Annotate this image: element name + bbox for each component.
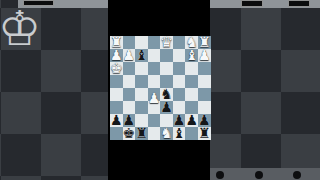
square-g5[interactable] bbox=[123, 88, 136, 101]
square-f1[interactable] bbox=[135, 36, 148, 49]
square-a3[interactable] bbox=[198, 62, 211, 75]
square-f5[interactable] bbox=[135, 88, 148, 101]
piece-white-queen: ♛ bbox=[160, 36, 173, 49]
square-a5[interactable] bbox=[198, 88, 211, 101]
square-b4[interactable] bbox=[185, 75, 198, 88]
square-c4[interactable] bbox=[173, 75, 186, 88]
piece-black-pawn: ♟ bbox=[185, 114, 198, 127]
square-c1[interactable] bbox=[173, 36, 186, 49]
square-c3[interactable] bbox=[173, 62, 186, 75]
piece-black-rook: ♜ bbox=[135, 127, 148, 140]
square-f2[interactable]: ♝ bbox=[135, 49, 148, 62]
square-e2[interactable] bbox=[148, 49, 161, 62]
square-b2[interactable]: ♝ bbox=[185, 49, 198, 62]
piece-white-rook: ♜ bbox=[198, 36, 211, 49]
square-b7[interactable]: ♟ bbox=[185, 114, 198, 127]
square-h3[interactable]: ♚ bbox=[110, 62, 123, 75]
square-h6[interactable] bbox=[110, 101, 123, 114]
piece-black-pawn: ♟ bbox=[198, 114, 211, 127]
square-d2[interactable] bbox=[160, 49, 173, 62]
square-a6[interactable] bbox=[198, 101, 211, 114]
square-f8[interactable]: ♜ bbox=[135, 127, 148, 140]
square-e4[interactable] bbox=[148, 75, 161, 88]
square-a7[interactable]: ♟ bbox=[198, 114, 211, 127]
square-c2[interactable] bbox=[173, 49, 186, 62]
square-a4[interactable] bbox=[198, 75, 211, 88]
chess-board: ♜♛♞♜♟♟♝♝♟♚♟♞♟♟♟♟♟♟♚♜♞♝♜ bbox=[110, 36, 207, 140]
square-a1[interactable]: ♜ bbox=[198, 36, 211, 49]
square-c6[interactable] bbox=[173, 101, 186, 114]
square-d4[interactable] bbox=[160, 75, 173, 88]
square-h5[interactable] bbox=[110, 88, 123, 101]
background-pawn-top-dot bbox=[255, 171, 263, 179]
square-c7[interactable]: ♟ bbox=[173, 114, 186, 127]
square-f3[interactable] bbox=[135, 62, 148, 75]
piece-black-pawn: ♟ bbox=[160, 101, 173, 114]
square-d5[interactable]: ♞ bbox=[160, 88, 173, 101]
square-d6[interactable]: ♟ bbox=[160, 101, 173, 114]
square-e7[interactable] bbox=[148, 114, 161, 127]
piece-white-knight: ♞ bbox=[160, 127, 173, 140]
piece-white-rook: ♜ bbox=[110, 36, 123, 49]
piece-white-pawn: ♟ bbox=[198, 49, 211, 62]
square-a8[interactable]: ♜ bbox=[198, 127, 211, 140]
square-b3[interactable] bbox=[185, 62, 198, 75]
piece-white-king: ♚ bbox=[110, 62, 123, 75]
square-h2[interactable]: ♟ bbox=[110, 49, 123, 62]
square-e1[interactable] bbox=[148, 36, 161, 49]
square-g1[interactable] bbox=[123, 36, 136, 49]
square-g3[interactable] bbox=[123, 62, 136, 75]
piece-black-pawn: ♟ bbox=[173, 114, 186, 127]
square-h1[interactable]: ♜ bbox=[110, 36, 123, 49]
background-piece-base-fragment bbox=[241, 0, 263, 7]
square-g4[interactable] bbox=[123, 75, 136, 88]
square-a2[interactable]: ♟ bbox=[198, 49, 211, 62]
square-g7[interactable]: ♟ bbox=[123, 114, 136, 127]
square-c8[interactable]: ♝ bbox=[173, 127, 186, 140]
square-b8[interactable] bbox=[185, 127, 198, 140]
piece-black-pawn: ♟ bbox=[110, 114, 123, 127]
square-g6[interactable] bbox=[123, 101, 136, 114]
screenshot-root: ♔ ♜♛♞♜♟♟♝♝♟♚♟♞♟♟♟♟♟♟♚♜♞♝♜ bbox=[0, 0, 320, 180]
piece-white-bishop: ♝ bbox=[185, 49, 198, 62]
square-h4[interactable] bbox=[110, 75, 123, 88]
piece-black-pawn: ♟ bbox=[123, 114, 136, 127]
piece-white-pawn: ♟ bbox=[123, 49, 136, 62]
background-pawn-top-dot bbox=[216, 171, 224, 179]
square-d7[interactable] bbox=[160, 114, 173, 127]
piece-black-rook: ♜ bbox=[198, 127, 211, 140]
background-big-king-icon: ♔ bbox=[0, 2, 41, 54]
square-h8[interactable] bbox=[110, 127, 123, 140]
square-d8[interactable]: ♞ bbox=[160, 127, 173, 140]
piece-white-knight: ♞ bbox=[185, 36, 198, 49]
piece-black-bishop: ♝ bbox=[135, 49, 148, 62]
background-bottom-band bbox=[210, 168, 320, 180]
piece-black-knight: ♞ bbox=[160, 88, 173, 101]
square-c5[interactable] bbox=[173, 88, 186, 101]
square-b6[interactable] bbox=[185, 101, 198, 114]
square-d3[interactable] bbox=[160, 62, 173, 75]
square-e5[interactable]: ♟ bbox=[148, 88, 161, 101]
square-g8[interactable]: ♚ bbox=[123, 127, 136, 140]
piece-white-pawn: ♟ bbox=[110, 49, 123, 62]
square-d1[interactable]: ♛ bbox=[160, 36, 173, 49]
square-e6[interactable] bbox=[148, 101, 161, 114]
square-f6[interactable] bbox=[135, 101, 148, 114]
background-pawn-top-dot bbox=[293, 171, 301, 179]
piece-black-king: ♚ bbox=[123, 127, 136, 140]
square-f4[interactable] bbox=[135, 75, 148, 88]
square-b5[interactable] bbox=[185, 88, 198, 101]
square-e8[interactable] bbox=[148, 127, 161, 140]
square-h7[interactable]: ♟ bbox=[110, 114, 123, 127]
square-g2[interactable]: ♟ bbox=[123, 49, 136, 62]
background-piece-base-fragment bbox=[288, 0, 310, 7]
piece-black-bishop: ♝ bbox=[173, 127, 186, 140]
square-f7[interactable] bbox=[135, 114, 148, 127]
square-e3[interactable] bbox=[148, 62, 161, 75]
square-b1[interactable]: ♞ bbox=[185, 36, 198, 49]
